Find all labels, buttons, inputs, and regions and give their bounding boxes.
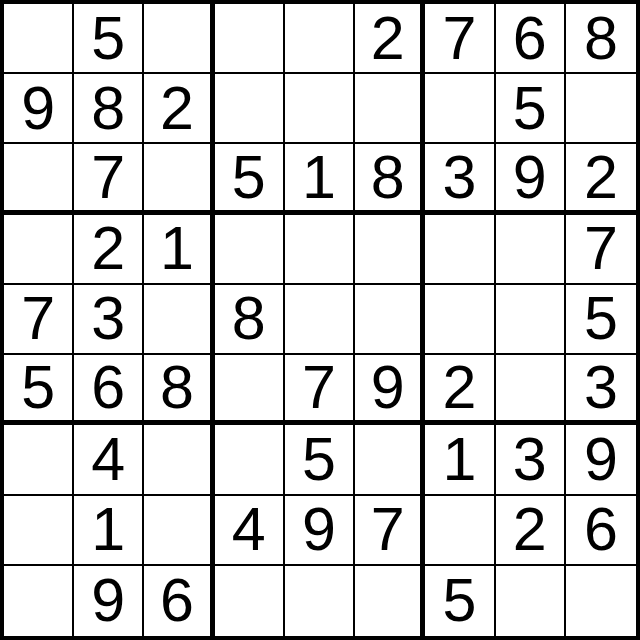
sudoku-cell-r5c6[interactable]	[355, 285, 425, 355]
sudoku-cell-r5c5[interactable]	[285, 285, 355, 355]
sudoku-cell-r1c5[interactable]	[285, 4, 355, 74]
given-digit: 2	[442, 357, 476, 418]
sudoku-cell-r3c7[interactable]: 3	[425, 144, 495, 214]
sudoku-cell-r1c9[interactable]: 8	[566, 4, 636, 74]
sudoku-cell-r6c3[interactable]: 8	[144, 355, 214, 425]
sudoku-cell-r4c3[interactable]: 1	[144, 215, 214, 285]
given-digit: 2	[584, 147, 618, 208]
given-digit: 8	[160, 357, 194, 418]
sudoku-cell-r8c8[interactable]: 2	[496, 496, 566, 566]
sudoku-cell-r6c1[interactable]: 5	[4, 355, 74, 425]
given-digit: 9	[584, 429, 618, 490]
given-digit: 7	[371, 499, 405, 560]
given-digit: 1	[160, 218, 194, 279]
sudoku-cell-r9c6[interactable]	[355, 566, 425, 636]
sudoku-cell-r3c4[interactable]: 5	[215, 144, 285, 214]
sudoku-cell-r9c3[interactable]: 6	[144, 566, 214, 636]
sudoku-cell-r7c2[interactable]: 4	[74, 425, 144, 495]
given-digit: 5	[232, 147, 266, 208]
given-digit: 9	[302, 499, 336, 560]
sudoku-cell-r9c2[interactable]: 9	[74, 566, 144, 636]
given-digit: 5	[21, 357, 55, 418]
sudoku-cell-r1c6[interactable]: 2	[355, 4, 425, 74]
sudoku-cell-r7c4[interactable]	[215, 425, 285, 495]
sudoku-cell-r5c8[interactable]	[496, 285, 566, 355]
sudoku-cell-r4c2[interactable]: 2	[74, 215, 144, 285]
given-digit: 3	[91, 288, 125, 349]
sudoku-cell-r8c6[interactable]: 7	[355, 496, 425, 566]
sudoku-cell-r4c7[interactable]	[425, 215, 495, 285]
sudoku-cell-r8c5[interactable]: 9	[285, 496, 355, 566]
given-digit: 3	[584, 357, 618, 418]
sudoku-cell-r7c1[interactable]	[4, 425, 74, 495]
sudoku-board: 5276898257518392217738556879234513914972…	[0, 0, 640, 640]
given-digit: 5	[584, 288, 618, 349]
sudoku-cell-r6c6[interactable]: 9	[355, 355, 425, 425]
given-digit: 1	[302, 147, 336, 208]
sudoku-cell-r8c3[interactable]	[144, 496, 214, 566]
given-digit: 5	[513, 78, 547, 139]
sudoku-cell-r4c6[interactable]	[355, 215, 425, 285]
sudoku-cell-r2c4[interactable]	[215, 74, 285, 144]
sudoku-cell-r2c2[interactable]: 8	[74, 74, 144, 144]
sudoku-cell-r6c2[interactable]: 6	[74, 355, 144, 425]
sudoku-cell-r8c2[interactable]: 1	[74, 496, 144, 566]
given-digit: 6	[91, 357, 125, 418]
given-digit: 6	[513, 8, 547, 69]
sudoku-cell-r2c9[interactable]	[566, 74, 636, 144]
sudoku-cell-r5c9[interactable]: 5	[566, 285, 636, 355]
given-digit: 5	[442, 570, 476, 631]
sudoku-cell-r9c9[interactable]	[566, 566, 636, 636]
sudoku-cell-r5c2[interactable]: 3	[74, 285, 144, 355]
sudoku-cell-r2c7[interactable]	[425, 74, 495, 144]
given-digit: 5	[91, 8, 125, 69]
sudoku-cell-r5c3[interactable]	[144, 285, 214, 355]
given-digit: 2	[371, 8, 405, 69]
given-digit: 7	[442, 8, 476, 69]
sudoku-cell-r9c1[interactable]	[4, 566, 74, 636]
given-digit: 9	[371, 357, 405, 418]
sudoku-cell-r3c6[interactable]: 8	[355, 144, 425, 214]
sudoku-cell-r6c4[interactable]	[215, 355, 285, 425]
given-digit: 7	[91, 147, 125, 208]
given-digit: 9	[21, 78, 55, 139]
given-digit: 8	[91, 78, 125, 139]
sudoku-cell-r8c7[interactable]	[425, 496, 495, 566]
sudoku-cell-r2c3[interactable]: 2	[144, 74, 214, 144]
given-digit: 7	[21, 288, 55, 349]
given-digit: 1	[91, 499, 125, 560]
given-digit: 9	[91, 570, 125, 631]
given-digit: 4	[232, 499, 266, 560]
sudoku-cell-r7c5[interactable]: 5	[285, 425, 355, 495]
given-digit: 7	[584, 218, 618, 279]
given-digit: 8	[232, 288, 266, 349]
given-digit: 6	[584, 499, 618, 560]
sudoku-cell-r5c4[interactable]: 8	[215, 285, 285, 355]
sudoku-cell-r5c7[interactable]	[425, 285, 495, 355]
sudoku-cell-r1c4[interactable]	[215, 4, 285, 74]
sudoku-cell-r2c8[interactable]: 5	[496, 74, 566, 144]
sudoku-cell-r6c8[interactable]	[496, 355, 566, 425]
sudoku-cell-r9c4[interactable]	[215, 566, 285, 636]
given-digit: 5	[302, 429, 336, 490]
sudoku-cell-r4c1[interactable]	[4, 215, 74, 285]
sudoku-cell-r3c3[interactable]	[144, 144, 214, 214]
sudoku-cell-r8c1[interactable]	[4, 496, 74, 566]
sudoku-cell-r6c5[interactable]: 7	[285, 355, 355, 425]
given-digit: 4	[91, 429, 125, 490]
sudoku-cell-r3c8[interactable]: 9	[496, 144, 566, 214]
given-digit: 3	[513, 429, 547, 490]
sudoku-cell-r9c8[interactable]	[496, 566, 566, 636]
sudoku-cell-r4c4[interactable]	[215, 215, 285, 285]
sudoku-cell-r1c3[interactable]	[144, 4, 214, 74]
given-digit: 8	[584, 8, 618, 69]
sudoku-cell-r7c3[interactable]	[144, 425, 214, 495]
sudoku-cell-r6c9[interactable]: 3	[566, 355, 636, 425]
sudoku-cell-r3c2[interactable]: 7	[74, 144, 144, 214]
sudoku-cell-r2c5[interactable]	[285, 74, 355, 144]
sudoku-cell-r5c1[interactable]: 7	[4, 285, 74, 355]
sudoku-cell-r1c7[interactable]: 7	[425, 4, 495, 74]
given-digit: 9	[513, 147, 547, 208]
sudoku-cell-r9c7[interactable]: 5	[425, 566, 495, 636]
sudoku-cell-r3c5[interactable]: 1	[285, 144, 355, 214]
sudoku-cell-r2c6[interactable]	[355, 74, 425, 144]
sudoku-cell-r9c5[interactable]	[285, 566, 355, 636]
sudoku-cell-r7c6[interactable]	[355, 425, 425, 495]
sudoku-cell-r1c2[interactable]: 5	[74, 4, 144, 74]
given-digit: 2	[160, 78, 194, 139]
sudoku-cell-r7c8[interactable]: 3	[496, 425, 566, 495]
given-digit: 8	[371, 147, 405, 208]
sudoku-cell-r1c8[interactable]: 6	[496, 4, 566, 74]
sudoku-cell-r3c1[interactable]	[4, 144, 74, 214]
sudoku-cell-r4c9[interactable]: 7	[566, 215, 636, 285]
given-digit: 3	[442, 147, 476, 208]
given-digit: 7	[302, 357, 336, 418]
sudoku-cell-r3c9[interactable]: 2	[566, 144, 636, 214]
given-digit: 6	[160, 570, 194, 631]
sudoku-cell-r8c9[interactable]: 6	[566, 496, 636, 566]
given-digit: 2	[91, 218, 125, 279]
sudoku-cell-r7c9[interactable]: 9	[566, 425, 636, 495]
sudoku-cell-r8c4[interactable]: 4	[215, 496, 285, 566]
sudoku-cell-r4c5[interactable]	[285, 215, 355, 285]
sudoku-cell-r4c8[interactable]	[496, 215, 566, 285]
sudoku-cell-r7c7[interactable]: 1	[425, 425, 495, 495]
given-digit: 2	[513, 499, 547, 560]
sudoku-cell-r6c7[interactable]: 2	[425, 355, 495, 425]
given-digit: 1	[442, 429, 476, 490]
sudoku-cell-r1c1[interactable]	[4, 4, 74, 74]
sudoku-cell-r2c1[interactable]: 9	[4, 74, 74, 144]
